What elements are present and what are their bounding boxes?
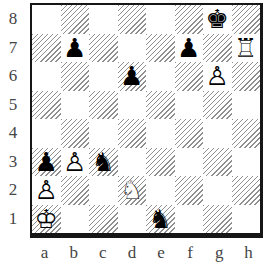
square-d3[interactable]	[118, 148, 147, 177]
square-c5[interactable]	[89, 91, 118, 120]
piece-glyph: ♙	[206, 63, 229, 89]
file-label-e: e	[147, 243, 176, 267]
board-frame: ♚♟♟♜♖♟♟♙♟♟♙♞♟♙♞♘♚♔♞	[30, 3, 263, 238]
square-c2[interactable]	[89, 176, 118, 205]
file-label-a: a	[30, 243, 59, 267]
square-g2[interactable]	[203, 176, 232, 205]
square-f4[interactable]	[175, 119, 204, 148]
black-pawn-d6: ♟	[118, 62, 147, 91]
square-e2[interactable]	[146, 176, 175, 205]
white-knight-d2: ♞♘	[118, 176, 147, 205]
rank-labels: 87654321	[1, 5, 25, 233]
square-a1[interactable]: ♚♔	[32, 205, 61, 234]
black-king-g8: ♚	[203, 5, 232, 34]
square-e3[interactable]	[146, 148, 175, 177]
square-h5[interactable]	[232, 91, 261, 120]
square-a3[interactable]: ♟	[32, 148, 61, 177]
square-f3[interactable]	[175, 148, 204, 177]
file-label-f: f	[176, 243, 205, 267]
black-pawn-b7: ♟	[61, 34, 90, 63]
file-label-c: c	[88, 243, 117, 267]
file-label-d: d	[117, 243, 146, 267]
black-knight-c3: ♞	[89, 148, 118, 177]
rank-label-4: 4	[1, 119, 25, 148]
square-h2[interactable]	[232, 176, 261, 205]
square-g6[interactable]: ♟♙	[203, 62, 232, 91]
black-knight-e1: ♞	[146, 205, 175, 234]
white-pawn-b3: ♟♙	[61, 148, 90, 177]
square-d7[interactable]	[118, 34, 147, 63]
square-h3[interactable]	[232, 148, 261, 177]
black-pawn-f7: ♟	[175, 34, 204, 63]
square-a5[interactable]	[32, 91, 61, 120]
square-c3[interactable]: ♞	[89, 148, 118, 177]
square-a7[interactable]	[32, 34, 61, 63]
piece-glyph: ♖	[234, 35, 257, 61]
square-b6[interactable]	[61, 62, 90, 91]
square-h1[interactable]	[232, 205, 261, 234]
square-e7[interactable]	[146, 34, 175, 63]
chess-diagram: 87654321 ♚♟♟♜♖♟♟♙♟♟♙♞♟♙♞♘♚♔♞ abcdefgh	[0, 0, 272, 273]
square-c7[interactable]	[89, 34, 118, 63]
square-b3[interactable]: ♟♙	[61, 148, 90, 177]
piece-glyph: ♔	[35, 206, 58, 232]
file-label-h: h	[234, 243, 263, 267]
square-d2[interactable]: ♞♘	[118, 176, 147, 205]
square-c4[interactable]	[89, 119, 118, 148]
square-h6[interactable]	[232, 62, 261, 91]
square-g1[interactable]	[203, 205, 232, 234]
square-b2[interactable]	[61, 176, 90, 205]
file-label-g: g	[205, 243, 234, 267]
square-a4[interactable]	[32, 119, 61, 148]
square-e4[interactable]	[146, 119, 175, 148]
square-f8[interactable]	[175, 5, 204, 34]
square-b4[interactable]	[61, 119, 90, 148]
rank-label-7: 7	[1, 34, 25, 63]
square-f6[interactable]	[175, 62, 204, 91]
square-d4[interactable]	[118, 119, 147, 148]
white-king-a1: ♚♔	[32, 205, 61, 234]
white-pawn-g6: ♟♙	[203, 62, 232, 91]
square-f7[interactable]: ♟	[175, 34, 204, 63]
square-d8[interactable]	[118, 5, 147, 34]
square-f5[interactable]	[175, 91, 204, 120]
square-g3[interactable]	[203, 148, 232, 177]
file-labels: abcdefgh	[30, 243, 263, 267]
square-e8[interactable]	[146, 5, 175, 34]
square-c8[interactable]	[89, 5, 118, 34]
square-g8[interactable]: ♚	[203, 5, 232, 34]
rank-label-6: 6	[1, 62, 25, 91]
square-d6[interactable]: ♟	[118, 62, 147, 91]
square-a2[interactable]: ♟♙	[32, 176, 61, 205]
square-f1[interactable]	[175, 205, 204, 234]
square-c6[interactable]	[89, 62, 118, 91]
square-h7[interactable]: ♜♖	[232, 34, 261, 63]
file-label-b: b	[59, 243, 88, 267]
square-g4[interactable]	[203, 119, 232, 148]
square-e5[interactable]	[146, 91, 175, 120]
square-d5[interactable]	[118, 91, 147, 120]
rank-label-5: 5	[1, 91, 25, 120]
white-rook-h7: ♜♖	[232, 34, 261, 63]
white-pawn-a2: ♟♙	[32, 176, 61, 205]
rank-label-2: 2	[1, 176, 25, 205]
rank-label-3: 3	[1, 148, 25, 177]
piece-glyph: ♙	[35, 177, 58, 203]
square-a8[interactable]	[32, 5, 61, 34]
square-b1[interactable]	[61, 205, 90, 234]
rank-label-8: 8	[1, 5, 25, 34]
square-f2[interactable]	[175, 176, 204, 205]
square-e1[interactable]: ♞	[146, 205, 175, 234]
square-h4[interactable]	[232, 119, 261, 148]
black-pawn-a3: ♟	[32, 148, 61, 177]
square-a6[interactable]	[32, 62, 61, 91]
square-g5[interactable]	[203, 91, 232, 120]
square-c1[interactable]	[89, 205, 118, 234]
rank-label-1: 1	[1, 205, 25, 234]
square-h8[interactable]	[232, 5, 261, 34]
square-b7[interactable]: ♟	[61, 34, 90, 63]
square-b5[interactable]	[61, 91, 90, 120]
square-e6[interactable]	[146, 62, 175, 91]
square-g7[interactable]	[203, 34, 232, 63]
piece-glyph: ♘	[120, 177, 143, 203]
piece-glyph: ♙	[63, 149, 86, 175]
chess-board: ♚♟♟♜♖♟♟♙♟♟♙♞♟♙♞♘♚♔♞	[32, 5, 260, 233]
square-b8[interactable]	[61, 5, 90, 34]
square-d1[interactable]	[118, 205, 147, 234]
